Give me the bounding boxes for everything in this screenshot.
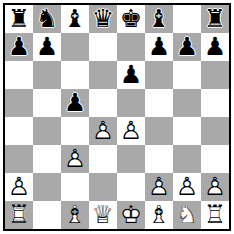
piece-outline-layer: ♗ — [61, 201, 89, 229]
square-e3[interactable] — [117, 145, 145, 173]
piece-glyph: ♞ — [33, 5, 61, 33]
piece-white-pawn[interactable]: ♟♙ — [5, 173, 33, 201]
piece-white-pawn[interactable]: ♟♙ — [201, 173, 229, 201]
square-b6[interactable] — [33, 61, 61, 89]
square-d1[interactable]: ♛♕ — [89, 201, 117, 229]
piece-white-bishop[interactable]: ♝♗ — [61, 201, 89, 229]
square-g1[interactable]: ♞♘ — [173, 201, 201, 229]
square-g4[interactable] — [173, 117, 201, 145]
square-d3[interactable] — [89, 145, 117, 173]
square-e8[interactable]: ♚ — [117, 5, 145, 33]
square-g3[interactable] — [173, 145, 201, 173]
square-a6[interactable] — [5, 61, 33, 89]
piece-black-pawn[interactable]: ♟ — [5, 33, 33, 61]
piece-outline-layer: ♕ — [89, 201, 117, 229]
piece-glyph: ♝ — [145, 5, 173, 33]
square-c6[interactable] — [61, 61, 89, 89]
square-f3[interactable] — [145, 145, 173, 173]
square-c8[interactable]: ♝ — [61, 5, 89, 33]
piece-black-knight[interactable]: ♞ — [33, 5, 61, 33]
piece-glyph: ♟ — [145, 33, 173, 61]
piece-black-pawn[interactable]: ♟ — [61, 89, 89, 117]
piece-white-pawn[interactable]: ♟♙ — [173, 173, 201, 201]
square-g6[interactable] — [173, 61, 201, 89]
square-d4[interactable]: ♟♙ — [89, 117, 117, 145]
square-g2[interactable]: ♟♙ — [173, 173, 201, 201]
square-e6[interactable]: ♟ — [117, 61, 145, 89]
square-b8[interactable]: ♞ — [33, 5, 61, 33]
square-a1[interactable]: ♜♖ — [5, 201, 33, 229]
piece-white-rook[interactable]: ♜♖ — [201, 201, 229, 229]
square-e4[interactable]: ♟♙ — [117, 117, 145, 145]
piece-white-knight[interactable]: ♞♘ — [173, 201, 201, 229]
square-f5[interactable] — [145, 89, 173, 117]
square-h8[interactable]: ♜ — [201, 5, 229, 33]
piece-glyph: ♟ — [61, 89, 89, 117]
piece-black-rook[interactable]: ♜ — [201, 5, 229, 33]
piece-glyph: ♚ — [117, 5, 145, 33]
piece-white-king[interactable]: ♚♔ — [117, 201, 145, 229]
piece-black-rook[interactable]: ♜ — [5, 5, 33, 33]
square-b7[interactable]: ♟ — [33, 33, 61, 61]
square-g5[interactable] — [173, 89, 201, 117]
square-f4[interactable] — [145, 117, 173, 145]
square-c5[interactable]: ♟ — [61, 89, 89, 117]
piece-white-pawn[interactable]: ♟♙ — [89, 117, 117, 145]
square-c7[interactable] — [61, 33, 89, 61]
square-a2[interactable]: ♟♙ — [5, 173, 33, 201]
square-a7[interactable]: ♟ — [5, 33, 33, 61]
piece-black-pawn[interactable]: ♟ — [33, 33, 61, 61]
piece-glyph: ♛ — [89, 5, 117, 33]
square-b2[interactable] — [33, 173, 61, 201]
square-b4[interactable] — [33, 117, 61, 145]
square-h1[interactable]: ♜♖ — [201, 201, 229, 229]
board-grid: ♜♞♝♛♚♝♜♟♟♟♟♟♟♟♟♙♟♙♟♙♟♙♟♙♟♙♟♙♜♖♝♗♛♕♚♔♝♗♞♘… — [3, 3, 231, 231]
square-f1[interactable]: ♝♗ — [145, 201, 173, 229]
piece-black-pawn[interactable]: ♟ — [201, 33, 229, 61]
piece-glyph: ♟ — [201, 33, 229, 61]
square-h2[interactable]: ♟♙ — [201, 173, 229, 201]
piece-outline-layer: ♙ — [117, 117, 145, 145]
piece-white-pawn[interactable]: ♟♙ — [145, 173, 173, 201]
square-a4[interactable] — [5, 117, 33, 145]
square-h5[interactable] — [201, 89, 229, 117]
piece-outline-layer: ♖ — [201, 201, 229, 229]
square-d6[interactable] — [89, 61, 117, 89]
square-g7[interactable]: ♟ — [173, 33, 201, 61]
piece-black-queen[interactable]: ♛ — [89, 5, 117, 33]
piece-black-pawn[interactable]: ♟ — [145, 33, 173, 61]
piece-white-pawn[interactable]: ♟♙ — [117, 117, 145, 145]
square-e5[interactable] — [117, 89, 145, 117]
square-f7[interactable]: ♟ — [145, 33, 173, 61]
square-c2[interactable] — [61, 173, 89, 201]
square-d8[interactable]: ♛ — [89, 5, 117, 33]
piece-glyph: ♝ — [61, 5, 89, 33]
square-h6[interactable] — [201, 61, 229, 89]
piece-outline-layer: ♗ — [145, 201, 173, 229]
piece-white-bishop[interactable]: ♝♗ — [145, 201, 173, 229]
square-e7[interactable] — [117, 33, 145, 61]
piece-white-rook[interactable]: ♜♖ — [5, 201, 33, 229]
piece-outline-layer: ♘ — [173, 201, 201, 229]
square-f6[interactable] — [145, 61, 173, 89]
square-b3[interactable] — [33, 145, 61, 173]
piece-outline-layer: ♙ — [201, 173, 229, 201]
square-f2[interactable]: ♟♙ — [145, 173, 173, 201]
chess-board: ♜♞♝♛♚♝♜♟♟♟♟♟♟♟♟♙♟♙♟♙♟♙♟♙♟♙♟♙♜♖♝♗♛♕♚♔♝♗♞♘… — [0, 0, 234, 234]
square-c3[interactable]: ♟♙ — [61, 145, 89, 173]
square-h3[interactable] — [201, 145, 229, 173]
square-e2[interactable] — [117, 173, 145, 201]
square-c4[interactable] — [61, 117, 89, 145]
piece-glyph: ♜ — [5, 5, 33, 33]
square-c1[interactable]: ♝♗ — [61, 201, 89, 229]
square-h4[interactable] — [201, 117, 229, 145]
piece-outline-layer: ♖ — [5, 201, 33, 229]
square-a5[interactable] — [5, 89, 33, 117]
square-f8[interactable]: ♝ — [145, 5, 173, 33]
piece-outline-layer: ♙ — [61, 145, 89, 173]
piece-black-pawn[interactable]: ♟ — [117, 61, 145, 89]
square-b5[interactable] — [33, 89, 61, 117]
piece-outline-layer: ♙ — [5, 173, 33, 201]
piece-black-king[interactable]: ♚ — [117, 5, 145, 33]
piece-outline-layer: ♔ — [117, 201, 145, 229]
piece-outline-layer: ♙ — [173, 173, 201, 201]
square-g8[interactable] — [173, 5, 201, 33]
square-a3[interactable] — [5, 145, 33, 173]
square-h7[interactable]: ♟ — [201, 33, 229, 61]
square-d2[interactable] — [89, 173, 117, 201]
piece-black-bishop[interactable]: ♝ — [61, 5, 89, 33]
piece-white-queen[interactable]: ♛♕ — [89, 201, 117, 229]
piece-outline-layer: ♙ — [89, 117, 117, 145]
piece-glyph: ♟ — [173, 33, 201, 61]
piece-outline-layer: ♙ — [145, 173, 173, 201]
piece-black-bishop[interactable]: ♝ — [145, 5, 173, 33]
piece-glyph: ♜ — [201, 5, 229, 33]
piece-black-pawn[interactable]: ♟ — [173, 33, 201, 61]
square-b1[interactable] — [33, 201, 61, 229]
square-d7[interactable] — [89, 33, 117, 61]
square-e1[interactable]: ♚♔ — [117, 201, 145, 229]
square-a8[interactable]: ♜ — [5, 5, 33, 33]
piece-glyph: ♟ — [117, 61, 145, 89]
piece-white-pawn[interactable]: ♟♙ — [61, 145, 89, 173]
square-d5[interactable] — [89, 89, 117, 117]
piece-glyph: ♟ — [33, 33, 61, 61]
piece-glyph: ♟ — [5, 33, 33, 61]
